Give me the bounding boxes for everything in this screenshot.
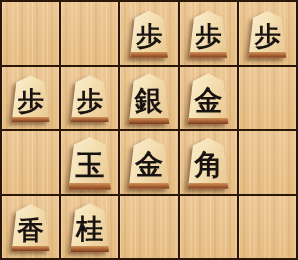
koma-shape: 角 <box>186 138 231 189</box>
piece-kanji: 歩 <box>18 88 44 114</box>
cell-r2-c4[interactable]: 金 <box>180 67 237 130</box>
cell-r4-c4[interactable] <box>180 196 237 259</box>
piece-kanji: 銀 <box>135 87 163 115</box>
piece-kanji: 桂 <box>76 216 103 243</box>
koma-shape: 歩 <box>187 11 229 58</box>
piece-knight[interactable]: 桂 <box>68 203 111 252</box>
piece-kanji: 香 <box>18 217 44 243</box>
piece-kanji: 歩 <box>136 23 162 49</box>
piece-gold[interactable]: 金 <box>186 73 231 124</box>
cell-r1-c2[interactable] <box>61 2 118 65</box>
cell-r3-c1[interactable] <box>2 131 59 194</box>
cell-r2-c3[interactable]: 銀 <box>120 67 177 130</box>
koma-shape: 歩 <box>246 11 288 58</box>
cell-r3-c2[interactable]: 玉 <box>61 131 118 194</box>
cell-r4-c2[interactable]: 桂 <box>61 196 118 259</box>
cell-r2-c5[interactable] <box>239 67 296 130</box>
koma-shape: 金 <box>126 138 171 189</box>
piece-bishop[interactable]: 角 <box>186 138 231 189</box>
cell-r2-c1[interactable]: 歩 <box>2 67 59 130</box>
cell-r4-c5[interactable] <box>239 196 296 259</box>
piece-kanji: 歩 <box>77 88 103 114</box>
piece-kanji: 金 <box>135 151 163 179</box>
cell-r3-c3[interactable]: 金 <box>120 131 177 194</box>
koma-shape: 歩 <box>128 11 170 58</box>
cell-r4-c3[interactable] <box>120 196 177 259</box>
piece-pawn[interactable]: 歩 <box>10 75 52 122</box>
piece-pawn[interactable]: 歩 <box>69 75 111 122</box>
koma-shape: 歩 <box>10 75 52 122</box>
cell-r3-c5[interactable] <box>239 131 296 194</box>
koma-shape: 香 <box>10 204 52 251</box>
cell-r3-c4[interactable]: 角 <box>180 131 237 194</box>
cell-r1-c3[interactable]: 歩 <box>120 2 177 65</box>
piece-gold[interactable]: 金 <box>126 138 171 189</box>
piece-kanji: 玉 <box>75 151 104 180</box>
piece-silver[interactable]: 銀 <box>126 73 171 124</box>
koma-shape: 桂 <box>68 203 111 252</box>
piece-pawn[interactable]: 歩 <box>246 11 288 58</box>
cell-r1-c5[interactable]: 歩 <box>239 2 296 65</box>
cell-r2-c2[interactable]: 歩 <box>61 67 118 130</box>
piece-kanji: 角 <box>194 151 222 179</box>
piece-kanji: 歩 <box>195 23 221 49</box>
cell-r4-c1[interactable]: 香 <box>2 196 59 259</box>
piece-pawn[interactable]: 歩 <box>128 11 170 58</box>
piece-pawn[interactable]: 歩 <box>187 11 229 58</box>
piece-kanji: 金 <box>194 87 222 115</box>
koma-shape: 歩 <box>69 75 111 122</box>
cell-r1-c1[interactable] <box>2 2 59 65</box>
piece-lance[interactable]: 香 <box>10 204 52 251</box>
piece-king[interactable]: 玉 <box>66 137 113 190</box>
koma-shape: 金 <box>186 73 231 124</box>
koma-shape: 玉 <box>66 137 113 190</box>
koma-shape: 銀 <box>126 73 171 124</box>
shogi-board: 歩歩歩歩歩銀金玉金角香桂 <box>0 0 298 260</box>
cell-r1-c4[interactable]: 歩 <box>180 2 237 65</box>
piece-kanji: 歩 <box>254 23 280 49</box>
